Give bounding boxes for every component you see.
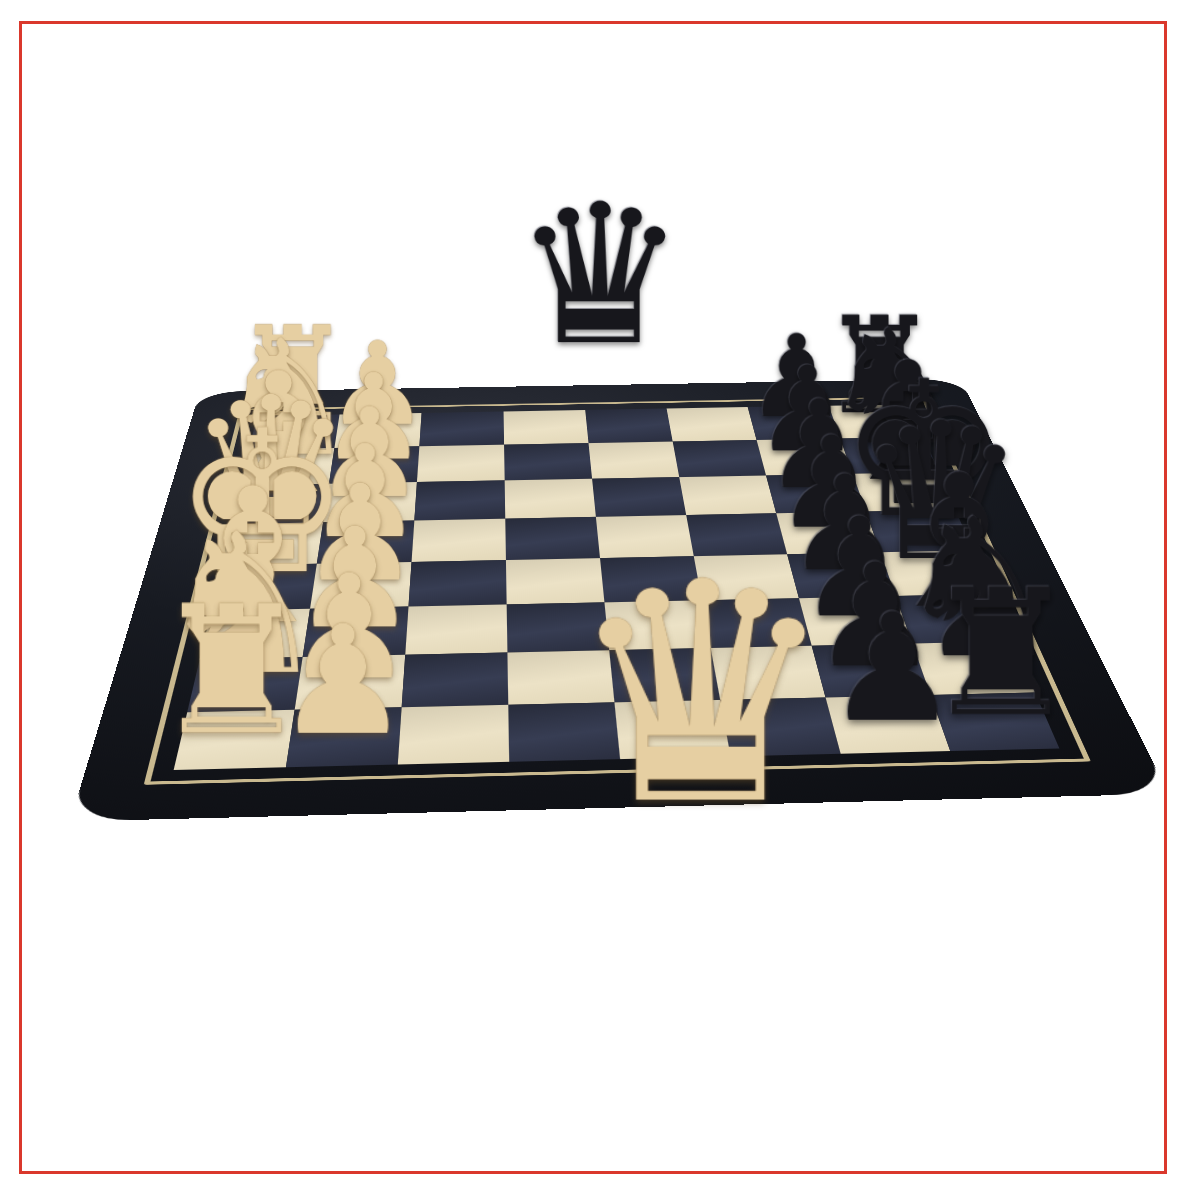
square-b4 bbox=[504, 443, 592, 480]
spare-white-queen-glyph: ♛ bbox=[565, 542, 838, 846]
chess-board: ♜♟♟♜♞♟♟♞♝♟♟♝♛♟♟♚♚♟♟♛♝♟♟♝♞♟♟♞♜♟♟♜ ♛♛ bbox=[70, 379, 1169, 822]
square-b5 bbox=[589, 442, 680, 479]
square-b6 bbox=[673, 440, 766, 477]
chess-set-product-photo: ♜♟♟♜♞♟♟♞♝♟♟♝♛♟♟♚♚♟♟♛♝♟♟♝♞♟♟♞♜♟♟♜ ♛♛ bbox=[0, 0, 1193, 1200]
square-h3 bbox=[398, 705, 509, 765]
square-a6 bbox=[667, 407, 757, 442]
square-c3 bbox=[414, 480, 505, 520]
black-pawn-glyph: ♟ bbox=[826, 594, 960, 743]
square-a3 bbox=[419, 411, 504, 446]
square-a4 bbox=[504, 410, 589, 445]
square-f3 bbox=[405, 604, 507, 654]
square-c5 bbox=[592, 477, 686, 517]
square-a5 bbox=[585, 409, 672, 444]
spare-black-queen-glyph: ♛ bbox=[513, 179, 687, 373]
square-h7: ♟ bbox=[826, 695, 951, 754]
square-b3 bbox=[417, 445, 505, 482]
square-g3 bbox=[402, 653, 509, 708]
square-h1: ♜ bbox=[174, 710, 295, 770]
square-d3 bbox=[412, 519, 506, 562]
square-c6 bbox=[679, 475, 776, 515]
square-c4 bbox=[505, 479, 596, 519]
square-e3 bbox=[409, 560, 507, 607]
white-rook-glyph: ♜ bbox=[152, 582, 311, 759]
